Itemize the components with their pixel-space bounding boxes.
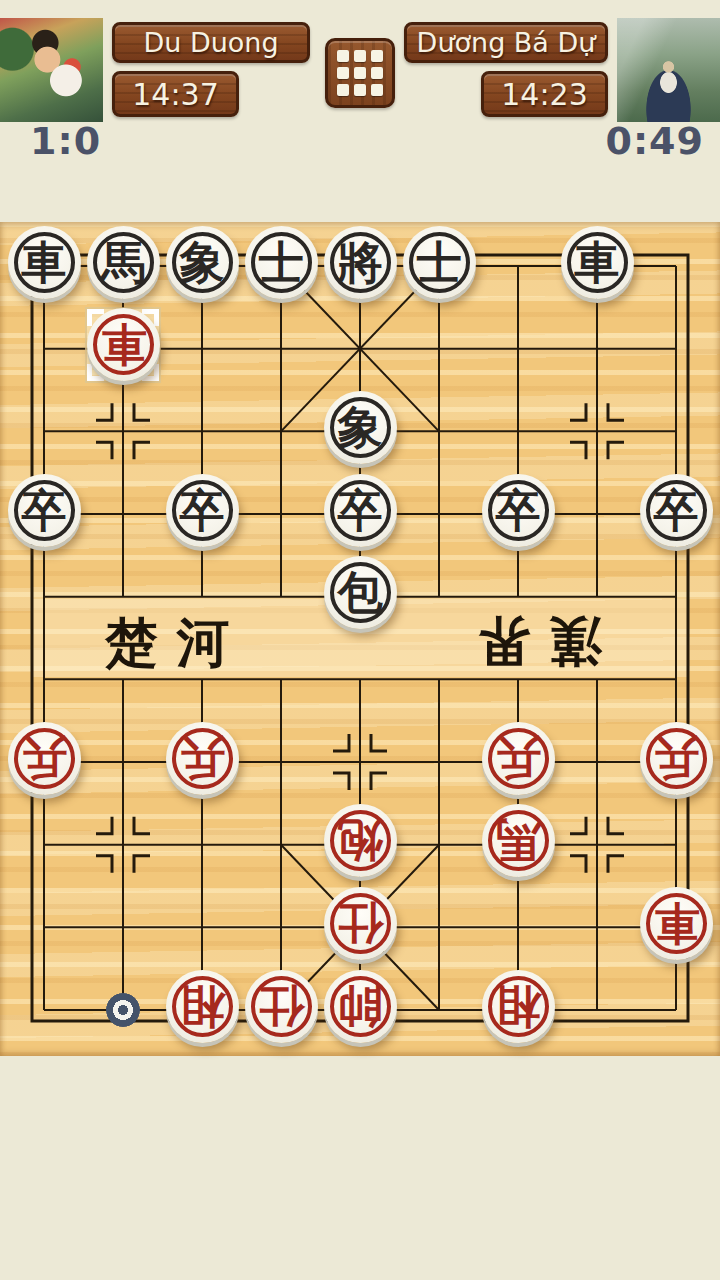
piece-black-chariot-h0[interactable]: 車 [561,226,634,299]
black-pawn-glyph: 卒 [654,488,699,533]
red-chariot-glyph: 車 [101,322,146,367]
piece-black-elephant-c0[interactable]: 象 [166,226,239,299]
black-advisor-glyph: 士 [259,240,304,285]
piece-black-cannon-e4[interactable]: 包 [324,556,397,629]
red-chariot-glyph: 車 [654,901,699,946]
xiangqi-board[interactable]: 楚 河 漢 界 車馬象士將士車象卒卒卒卒卒包車兵兵兵兵炮馬仕車相仕帥相 [0,222,720,1056]
black-cannon-glyph: 包 [338,570,383,615]
piece-black-general-e0[interactable]: 將 [324,226,397,299]
red-elephant-glyph: 相 [180,984,225,1029]
piece-red-horse-g7[interactable]: 馬 [482,804,555,877]
red-cannon-glyph: 炮 [338,818,383,863]
black-horse-glyph: 馬 [101,240,146,285]
piece-red-elephant-c9[interactable]: 相 [166,970,239,1043]
piece-black-pawn-a3[interactable]: 卒 [8,474,81,547]
red-horse-glyph: 馬 [496,818,541,863]
piece-red-general-e9[interactable]: 帥 [324,970,397,1043]
black-pawn-glyph: 卒 [496,488,541,533]
black-elephant-glyph: 象 [338,405,383,450]
piece-red-elephant-g9[interactable]: 相 [482,970,555,1043]
piece-red-advisor-d9[interactable]: 仕 [245,970,318,1043]
piece-black-pawn-e3[interactable]: 卒 [324,474,397,547]
river-label-right: 漢 界 [444,612,602,672]
piece-black-pawn-g3[interactable]: 卒 [482,474,555,547]
piece-red-pawn-g6[interactable]: 兵 [482,722,555,795]
piece-red-chariot-i8[interactable]: 車 [640,887,713,960]
piece-black-chariot-a0[interactable]: 車 [8,226,81,299]
river-label-left: 楚 河 [105,612,280,672]
black-pawn-glyph: 卒 [22,488,67,533]
red-pawn-glyph: 兵 [22,736,67,781]
black-chariot-glyph: 車 [22,240,67,285]
piece-black-horse-b0[interactable]: 馬 [87,226,160,299]
black-chariot-glyph: 車 [575,240,620,285]
red-pawn-glyph: 兵 [180,736,225,781]
red-pawn-glyph: 兵 [654,736,699,781]
piece-black-pawn-c3[interactable]: 卒 [166,474,239,547]
black-pawn-glyph: 卒 [180,488,225,533]
red-general-glyph: 帥 [338,984,383,1029]
black-pawn-glyph: 卒 [338,488,383,533]
piece-black-elephant-e2[interactable]: 象 [324,391,397,464]
piece-red-cannon-e7[interactable]: 炮 [324,804,397,877]
piece-black-advisor-d0[interactable]: 士 [245,226,318,299]
black-general-glyph: 將 [338,240,383,285]
red-advisor-glyph: 仕 [338,901,383,946]
piece-red-pawn-a6[interactable]: 兵 [8,722,81,795]
red-advisor-glyph: 仕 [259,984,304,1029]
black-elephant-glyph: 象 [180,240,225,285]
red-elephant-glyph: 相 [496,984,541,1029]
piece-red-chariot-b1[interactable]: 車 [87,308,160,381]
black-advisor-glyph: 士 [417,240,462,285]
piece-red-pawn-i6[interactable]: 兵 [640,722,713,795]
piece-red-advisor-e8[interactable]: 仕 [324,887,397,960]
piece-red-pawn-c6[interactable]: 兵 [166,722,239,795]
last-move-origin-marker [106,993,140,1027]
piece-black-advisor-f0[interactable]: 士 [403,226,476,299]
piece-black-pawn-i3[interactable]: 卒 [640,474,713,547]
red-pawn-glyph: 兵 [496,736,541,781]
